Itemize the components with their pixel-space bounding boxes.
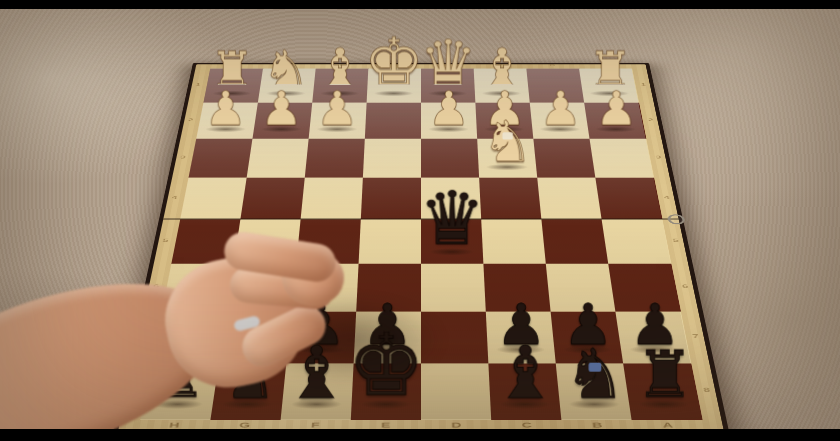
white-pawn-glyph: ♟ bbox=[316, 86, 358, 131]
square-a3[interactable] bbox=[590, 139, 654, 178]
piece-white-pawn-d2[interactable]: ♟ bbox=[421, 21, 477, 131]
black-bishop-glyph: ♝ bbox=[493, 338, 558, 407]
square-f4[interactable] bbox=[301, 178, 364, 220]
piece-black-rook-h8[interactable]: ♜ bbox=[143, 270, 213, 407]
piece-black-rook-a8[interactable]: ♜ bbox=[630, 270, 700, 407]
piece-white-pawn-b2[interactable]: ♟ bbox=[533, 21, 589, 131]
square-h3[interactable] bbox=[188, 139, 252, 178]
letterbox-bar-top bbox=[0, 0, 840, 9]
square-e2[interactable] bbox=[365, 103, 422, 139]
piece-white-pawn-h2[interactable]: ♟ bbox=[198, 21, 254, 131]
black-knight-glyph: ♞ bbox=[564, 342, 626, 407]
black-rook-glyph: ♜ bbox=[148, 346, 206, 407]
white-pawn-glyph: ♟ bbox=[539, 86, 581, 131]
square-e4[interactable] bbox=[361, 178, 422, 220]
white-pawn-glyph: ♟ bbox=[260, 86, 302, 131]
square-f3[interactable] bbox=[305, 139, 366, 178]
white-king-glyph: ♚ bbox=[364, 31, 424, 95]
white-pawn-glyph: ♟ bbox=[428, 86, 470, 131]
video-frame: HGFEDCBAHGFEDCBA1234567812345678♜♞♝♚♛♝♜♟… bbox=[0, 0, 840, 441]
piece-white-pawn-f2[interactable]: ♟ bbox=[309, 21, 365, 131]
piece-white-pawn-g2[interactable]: ♟ bbox=[254, 21, 310, 131]
square-a4[interactable] bbox=[595, 178, 662, 220]
square-b3[interactable] bbox=[533, 139, 595, 178]
square-e3[interactable] bbox=[363, 139, 422, 178]
black-rook-glyph: ♜ bbox=[636, 346, 694, 407]
piece-white-pawn-a2[interactable]: ♟ bbox=[588, 21, 644, 131]
white-knight-glyph: ♞ bbox=[482, 115, 533, 169]
black-queen-glyph: ♛ bbox=[419, 184, 485, 254]
piece-black-bishop-c8[interactable]: ♝ bbox=[491, 270, 561, 407]
square-g3[interactable] bbox=[247, 139, 309, 178]
square-h4[interactable] bbox=[180, 178, 247, 220]
piece-white-king-e1[interactable]: ♚ bbox=[367, 0, 421, 95]
white-pawn-glyph: ♟ bbox=[595, 86, 637, 131]
letterbox-bar-bottom bbox=[0, 429, 840, 441]
hand-shadow bbox=[255, 295, 445, 385]
piece-black-knight-b8[interactable]: ♞ bbox=[560, 270, 630, 407]
sticker bbox=[502, 132, 513, 139]
square-g4[interactable] bbox=[240, 178, 305, 220]
sticker bbox=[588, 363, 601, 372]
piece-white-knight-c3[interactable]: ♞ bbox=[479, 55, 537, 169]
white-pawn-glyph: ♟ bbox=[205, 86, 247, 131]
piece-black-queen-d5[interactable]: ♛ bbox=[421, 132, 483, 254]
square-b4[interactable] bbox=[537, 178, 602, 220]
square-c4[interactable] bbox=[479, 178, 542, 220]
